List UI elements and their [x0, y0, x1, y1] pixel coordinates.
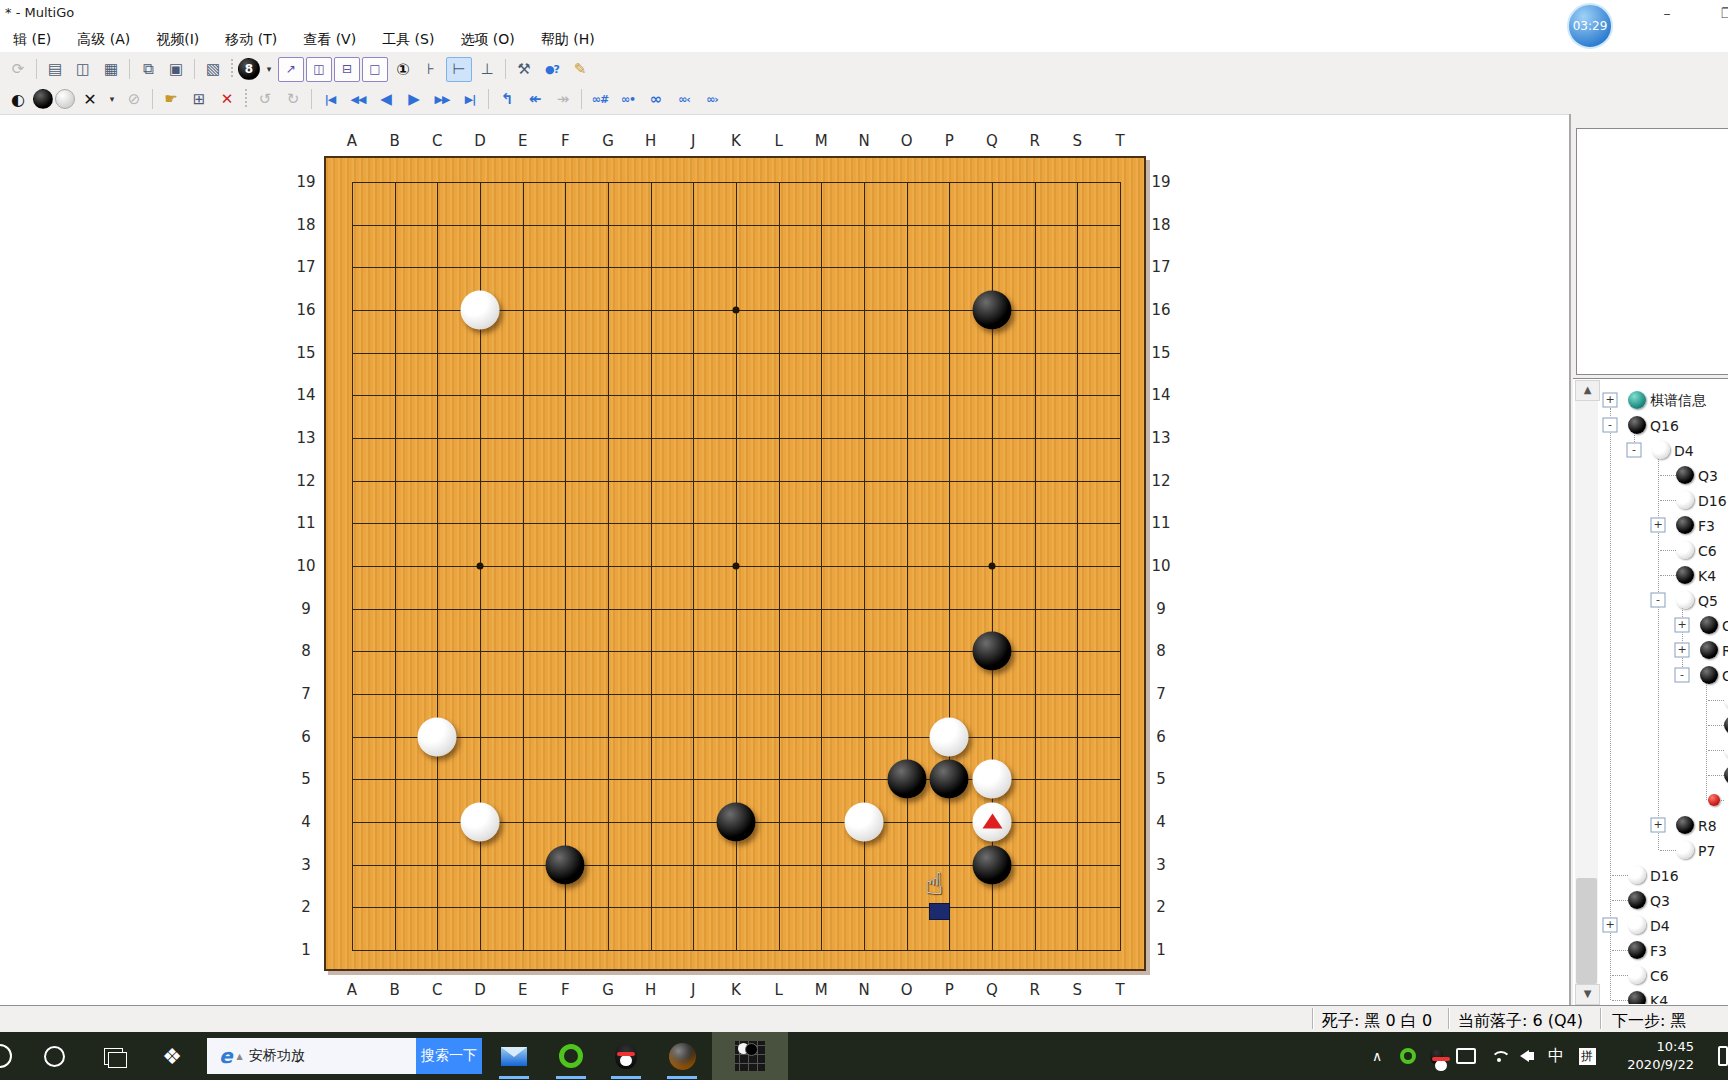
board-cell[interactable] — [352, 182, 395, 225]
cortana-icon[interactable] — [40, 1032, 68, 1080]
board-cell[interactable] — [821, 907, 864, 950]
board-cell[interactable] — [480, 225, 523, 268]
board-cell[interactable] — [907, 267, 950, 310]
board-cell[interactable] — [864, 182, 907, 225]
board-cell[interactable] — [523, 907, 566, 950]
minimize-button[interactable]: – — [1652, 4, 1682, 23]
board-cell[interactable] — [1035, 609, 1078, 652]
board-cell[interactable] — [1035, 523, 1078, 566]
tree-node-F3[interactable] — [1676, 516, 1694, 534]
goto-move-icon[interactable]: ↗ — [278, 57, 304, 82]
tree-node-D16[interactable] — [1628, 866, 1646, 884]
board-cell[interactable] — [608, 651, 651, 694]
tree-node-label[interactable]: P7 — [1698, 843, 1715, 859]
board-cell[interactable] — [437, 481, 480, 524]
board-cell[interactable] — [907, 609, 950, 652]
board-cell[interactable] — [608, 310, 651, 353]
forward-icon[interactable]: ▶ — [401, 87, 427, 112]
board-cell[interactable] — [480, 694, 523, 737]
board-cell[interactable] — [864, 481, 907, 524]
board-cell[interactable] — [779, 779, 822, 822]
board-cell[interactable] — [651, 865, 694, 908]
board-cell[interactable] — [949, 182, 992, 225]
board-cell[interactable] — [693, 651, 736, 694]
white-stone-D4[interactable] — [461, 803, 500, 842]
tree-node-C6[interactable] — [1628, 966, 1646, 984]
board-cell[interactable] — [821, 395, 864, 438]
export-image-icon[interactable]: ▦ — [98, 57, 124, 82]
board-cell[interactable] — [949, 438, 992, 481]
board-cell[interactable] — [437, 353, 480, 396]
board-cell[interactable] — [736, 310, 779, 353]
board-cell[interactable] — [395, 481, 438, 524]
board-cell[interactable] — [736, 182, 779, 225]
board-cell[interactable] — [651, 523, 694, 566]
tree-collapse-box[interactable]: - — [1651, 593, 1666, 608]
tree-node-棋谱信息[interactable] — [1628, 391, 1646, 409]
board-cell[interactable] — [523, 566, 566, 609]
board-cell[interactable] — [1077, 182, 1120, 225]
board-cell[interactable] — [864, 523, 907, 566]
board-cell[interactable] — [693, 225, 736, 268]
tree-node-D4[interactable] — [1652, 441, 1670, 459]
board-cell[interactable] — [907, 225, 950, 268]
menu-item[interactable]: 辑 (E) — [0, 29, 64, 51]
board-cell[interactable] — [992, 566, 1035, 609]
tree-node-label[interactable]: F3 — [1650, 943, 1667, 959]
board-cell[interactable] — [821, 523, 864, 566]
multigo-app-icon[interactable] — [712, 1032, 788, 1080]
board-cell[interactable] — [395, 310, 438, 353]
menu-item[interactable]: 查看 (V) — [290, 29, 369, 51]
tree-node-P7[interactable] — [1676, 841, 1694, 859]
board-cell[interactable] — [736, 225, 779, 268]
board-cell[interactable] — [949, 225, 992, 268]
board-cell[interactable] — [523, 267, 566, 310]
board-cell[interactable] — [395, 225, 438, 268]
board-cell[interactable] — [1077, 310, 1120, 353]
white-stone-N4[interactable] — [845, 803, 884, 842]
board-cell[interactable] — [437, 395, 480, 438]
board-cell[interactable] — [1077, 907, 1120, 950]
board-cell[interactable] — [779, 566, 822, 609]
board-cell[interactable] — [1077, 737, 1120, 780]
tree-style-1-icon[interactable]: ⊦ — [418, 57, 444, 82]
board-cell[interactable] — [949, 353, 992, 396]
tree-scrollbar-thumb[interactable] — [1576, 878, 1597, 984]
board-cell[interactable] — [651, 438, 694, 481]
board-cell[interactable] — [565, 566, 608, 609]
find-icon[interactable]: ∞ — [643, 87, 669, 112]
board-cell[interactable] — [736, 523, 779, 566]
black-stone-P5[interactable] — [930, 760, 969, 799]
board-cell[interactable] — [608, 694, 651, 737]
board-cell[interactable] — [608, 481, 651, 524]
board-cell[interactable] — [864, 566, 907, 609]
search-go-button[interactable]: 搜索一下 — [416, 1038, 482, 1074]
board-cell[interactable] — [693, 907, 736, 950]
tree-node-Q16[interactable] — [1628, 416, 1646, 434]
back-10-icon[interactable]: ◀◀ — [345, 87, 371, 112]
board-cell[interactable] — [779, 865, 822, 908]
board-cell[interactable] — [693, 523, 736, 566]
last-move-icon[interactable]: ▶| — [457, 87, 483, 112]
board-cell[interactable] — [608, 182, 651, 225]
tree-node-white-stone[interactable] — [1724, 691, 1728, 709]
board-cell[interactable] — [1035, 651, 1078, 694]
tree-style-3-icon[interactable]: ⊥ — [474, 57, 500, 82]
board-cell[interactable] — [821, 182, 864, 225]
game-info-icon[interactable]: ▧ — [200, 57, 226, 82]
board-cell[interactable] — [395, 822, 438, 865]
mail-app-icon[interactable] — [492, 1032, 536, 1080]
board-cell[interactable] — [864, 609, 907, 652]
board-cell[interactable] — [608, 566, 651, 609]
ime-language-icon[interactable]: 中 — [1544, 1032, 1568, 1080]
board-cell[interactable] — [992, 353, 1035, 396]
board-cell[interactable] — [779, 609, 822, 652]
board-cell[interactable] — [523, 779, 566, 822]
board-cell[interactable] — [949, 481, 992, 524]
board-cell[interactable] — [736, 694, 779, 737]
board-cell[interactable] — [480, 737, 523, 780]
board-cell[interactable] — [693, 694, 736, 737]
board-cell[interactable] — [907, 523, 950, 566]
board-cell[interactable] — [693, 353, 736, 396]
task-view-icon[interactable] — [98, 1032, 128, 1080]
menu-item[interactable]: 工具 (S) — [369, 29, 447, 51]
board-cell[interactable] — [523, 225, 566, 268]
tree-node-black-stone[interactable] — [1724, 766, 1728, 784]
ball-dropdown-icon[interactable]: ▾ — [262, 57, 276, 82]
board-cell[interactable] — [736, 609, 779, 652]
board-cell[interactable] — [821, 694, 864, 737]
board-cell[interactable] — [352, 779, 395, 822]
tray-device-icon[interactable] — [1452, 1032, 1480, 1080]
board-cell[interactable] — [480, 353, 523, 396]
board-cell[interactable] — [437, 182, 480, 225]
board-cell[interactable] — [992, 395, 1035, 438]
board-cell[interactable] — [992, 907, 1035, 950]
board-cell[interactable] — [1035, 737, 1078, 780]
board-cell[interactable] — [736, 353, 779, 396]
board-cell[interactable] — [736, 737, 779, 780]
board-cell[interactable] — [1035, 353, 1078, 396]
board-cell[interactable] — [395, 267, 438, 310]
board-cell[interactable] — [565, 907, 608, 950]
board-cell[interactable] — [821, 651, 864, 694]
board-cell[interactable] — [352, 651, 395, 694]
board-cell[interactable] — [480, 438, 523, 481]
board-cell[interactable] — [395, 523, 438, 566]
board-cell[interactable] — [693, 481, 736, 524]
board-cell[interactable] — [693, 566, 736, 609]
tree-node-label[interactable]: D16 — [1698, 493, 1727, 509]
board-cell[interactable] — [608, 225, 651, 268]
board-cell[interactable] — [395, 609, 438, 652]
board-cell[interactable] — [480, 395, 523, 438]
board-cell[interactable] — [395, 865, 438, 908]
board-cell[interactable] — [779, 353, 822, 396]
board-cell[interactable] — [651, 651, 694, 694]
tree-scroll-down-button[interactable]: ▼ — [1575, 984, 1600, 1005]
tree-node-R[interactable] — [1700, 641, 1718, 659]
start-button-partial-icon[interactable] — [0, 1032, 14, 1080]
board-cell[interactable] — [1035, 225, 1078, 268]
tree-node-Q5[interactable] — [1676, 591, 1694, 609]
board-cell[interactable] — [395, 779, 438, 822]
board-cell[interactable] — [821, 481, 864, 524]
board-cell[interactable] — [821, 737, 864, 780]
board-cell[interactable] — [608, 267, 651, 310]
board-cell[interactable] — [992, 694, 1035, 737]
board-cell[interactable] — [651, 310, 694, 353]
stone-dropdown-icon[interactable]: ▾ — [105, 87, 119, 112]
tree-node-label[interactable]: D4 — [1650, 918, 1670, 934]
board-cell[interactable] — [352, 694, 395, 737]
board-cell[interactable] — [523, 523, 566, 566]
board-cell[interactable] — [352, 907, 395, 950]
board-cell[interactable] — [1035, 395, 1078, 438]
board-cell[interactable] — [352, 438, 395, 481]
board-cell[interactable] — [523, 182, 566, 225]
board-cell[interactable] — [779, 822, 822, 865]
board-cell[interactable] — [608, 523, 651, 566]
tree-node-Q3[interactable] — [1676, 466, 1694, 484]
brush-icon[interactable]: ✎ — [567, 57, 593, 82]
board-cell[interactable] — [608, 438, 651, 481]
screen-recorder-timer-badge[interactable]: 03:29 — [1567, 3, 1613, 49]
tree-expand-box[interactable]: + — [1603, 918, 1618, 933]
board-cell[interactable] — [1077, 779, 1120, 822]
board-cell[interactable] — [821, 609, 864, 652]
remove-stone-icon[interactable]: ✕ — [77, 87, 103, 112]
board-cell[interactable] — [693, 438, 736, 481]
tree-node-Q3[interactable] — [1628, 891, 1646, 909]
board-cell[interactable] — [1077, 438, 1120, 481]
rotate-left-icon[interactable]: ↺ — [252, 87, 278, 112]
board-cell[interactable] — [651, 779, 694, 822]
board-cell[interactable] — [565, 438, 608, 481]
board-cell[interactable] — [1035, 566, 1078, 609]
taskbar-clock[interactable]: 10:45 2020/9/22 — [1627, 1038, 1694, 1074]
tree-node-D4[interactable] — [1628, 916, 1646, 934]
board-cell[interactable] — [565, 353, 608, 396]
menu-item[interactable]: 移动 (T) — [212, 29, 290, 51]
board-cell[interactable] — [864, 267, 907, 310]
board-cell[interactable] — [352, 481, 395, 524]
split-vertical-icon[interactable]: ◫ — [306, 57, 332, 82]
board-cell[interactable] — [736, 907, 779, 950]
board-cell[interactable] — [651, 737, 694, 780]
board-cell[interactable] — [1035, 865, 1078, 908]
tree-node-label[interactable]: R8 — [1698, 818, 1717, 834]
board-cell[interactable] — [864, 694, 907, 737]
board-cell[interactable] — [736, 267, 779, 310]
board-cell[interactable] — [1077, 609, 1120, 652]
board-cell[interactable] — [1035, 438, 1078, 481]
tree-node-label[interactable]: Q — [1722, 618, 1728, 634]
board-cell[interactable] — [1077, 865, 1120, 908]
board-cell[interactable] — [864, 310, 907, 353]
board-cell[interactable] — [779, 182, 822, 225]
board-cell[interactable] — [779, 907, 822, 950]
board-cell[interactable] — [480, 566, 523, 609]
board-cell[interactable] — [907, 182, 950, 225]
board-cell[interactable] — [523, 395, 566, 438]
board-cell[interactable] — [1077, 694, 1120, 737]
board-cell[interactable] — [523, 694, 566, 737]
insert-move-icon[interactable]: ⊞ — [186, 87, 212, 112]
board-cell[interactable] — [480, 865, 523, 908]
find-next-icon[interactable]: ∞› — [699, 87, 725, 112]
board-cell[interactable] — [779, 395, 822, 438]
board-cell[interactable] — [907, 310, 950, 353]
board-cell[interactable] — [1077, 822, 1120, 865]
board-cell[interactable] — [1077, 225, 1120, 268]
board-cell[interactable] — [864, 353, 907, 396]
board-cell[interactable] — [565, 182, 608, 225]
board-cell[interactable] — [480, 651, 523, 694]
board-cell[interactable] — [736, 481, 779, 524]
board-cell[interactable] — [608, 907, 651, 950]
board-cell[interactable] — [821, 438, 864, 481]
speaker-icon[interactable] — [1514, 1032, 1540, 1080]
board-cell[interactable] — [523, 310, 566, 353]
board-cell[interactable] — [949, 907, 992, 950]
eight-ball-icon[interactable]: 8 — [238, 58, 260, 80]
board-cell[interactable] — [1035, 822, 1078, 865]
board-cell[interactable] — [352, 865, 395, 908]
tree-node-label[interactable]: R — [1722, 643, 1728, 659]
board-cell[interactable] — [565, 481, 608, 524]
board-cell[interactable] — [907, 651, 950, 694]
board-cell[interactable] — [864, 438, 907, 481]
board-cell[interactable] — [565, 779, 608, 822]
board-cell[interactable] — [608, 737, 651, 780]
tray-green-icon[interactable] — [1396, 1032, 1420, 1080]
board-cell[interactable] — [352, 225, 395, 268]
tree-expand-box[interactable]: + — [1651, 518, 1666, 533]
board-cell[interactable] — [821, 267, 864, 310]
board-cell[interactable] — [821, 225, 864, 268]
tree-node-red-stone[interactable] — [1708, 794, 1720, 806]
board-cell[interactable] — [651, 481, 694, 524]
black-stone-O5[interactable] — [887, 760, 926, 799]
board-cell[interactable] — [352, 353, 395, 396]
tree-node-D16[interactable] — [1676, 491, 1694, 509]
tray-qq-icon[interactable] — [1424, 1032, 1448, 1080]
menu-item[interactable]: 选项 (O) — [447, 29, 527, 51]
board-cell[interactable] — [523, 609, 566, 652]
board-cell[interactable] — [523, 651, 566, 694]
board-cell[interactable] — [949, 566, 992, 609]
back-icon[interactable]: ◀ — [373, 87, 399, 112]
board-cell[interactable] — [864, 865, 907, 908]
board-cell[interactable] — [352, 310, 395, 353]
tree-collapse-box[interactable]: - — [1675, 668, 1690, 683]
board-cell[interactable] — [395, 438, 438, 481]
pane-icon[interactable]: □ — [362, 57, 388, 82]
white-stone-C6[interactable] — [418, 717, 457, 756]
board-cell[interactable] — [1077, 395, 1120, 438]
board-cell[interactable] — [608, 779, 651, 822]
board-cell[interactable] — [693, 737, 736, 780]
board-cell[interactable] — [480, 523, 523, 566]
split-horizontal-icon[interactable]: ⊟ — [334, 57, 360, 82]
comment-box[interactable] — [1576, 128, 1728, 375]
tree-scroll-up-button[interactable]: ▲ — [1575, 380, 1600, 401]
board-cell[interactable] — [1035, 182, 1078, 225]
board-cell[interactable] — [864, 395, 907, 438]
board-cell[interactable] — [779, 438, 822, 481]
board-cell[interactable] — [352, 395, 395, 438]
board-cell[interactable] — [608, 865, 651, 908]
board-cell[interactable] — [1077, 651, 1120, 694]
board-cell[interactable] — [565, 523, 608, 566]
board-cell[interactable] — [864, 225, 907, 268]
board-cell[interactable] — [352, 822, 395, 865]
board-cell[interactable] — [437, 225, 480, 268]
board-cell[interactable] — [907, 395, 950, 438]
white-stone-Q4[interactable] — [973, 803, 1012, 842]
board-cell[interactable] — [779, 267, 822, 310]
board-cell[interactable] — [565, 310, 608, 353]
white-stone-P6[interactable] — [930, 717, 969, 756]
board-cell[interactable] — [821, 353, 864, 396]
board-cell[interactable] — [480, 481, 523, 524]
board-cell[interactable] — [992, 225, 1035, 268]
pinwheel-app-icon[interactable]: ❖ — [155, 1032, 189, 1080]
board-cell[interactable] — [693, 267, 736, 310]
board-cell[interactable] — [736, 651, 779, 694]
hand-tool-icon[interactable]: ☛ — [158, 87, 184, 112]
board-cell[interactable] — [949, 395, 992, 438]
board-cell[interactable] — [608, 822, 651, 865]
board-cell[interactable] — [992, 438, 1035, 481]
tree-node-label[interactable]: C6 — [1650, 968, 1669, 984]
move-number-icon[interactable]: ① — [390, 57, 416, 82]
tray-expand-icon[interactable]: ∧ — [1366, 1032, 1388, 1080]
prev-variation-icon[interactable]: ↞ — [522, 87, 548, 112]
maximize-button[interactable]: ❐ — [1712, 4, 1728, 23]
tree-node-label[interactable]: K4 — [1698, 568, 1716, 584]
board-cell[interactable] — [992, 481, 1035, 524]
forward-10-icon[interactable]: ▶▶ — [429, 87, 455, 112]
tree-node-white-stone[interactable] — [1724, 741, 1728, 759]
board-cell[interactable] — [779, 310, 822, 353]
tools-icon[interactable]: ⚒ — [511, 57, 537, 82]
tree-node-label[interactable]: 棋谱信息 — [1650, 392, 1706, 410]
tree-node-F3[interactable] — [1628, 941, 1646, 959]
board-cell[interactable] — [864, 907, 907, 950]
board-cell[interactable] — [736, 395, 779, 438]
up-variation-icon[interactable]: ↰ — [494, 87, 520, 112]
tree-node-label[interactable]: Q3 — [1650, 893, 1670, 909]
refresh-icon[interactable]: ⟳ — [5, 57, 31, 82]
board-cell[interactable] — [437, 523, 480, 566]
tree-node-label[interactable]: Q — [1722, 668, 1728, 684]
board-cell[interactable] — [395, 395, 438, 438]
board-cell[interactable] — [651, 694, 694, 737]
board-cell[interactable] — [395, 651, 438, 694]
board-cell[interactable] — [779, 225, 822, 268]
rotate-right-icon[interactable]: ↻ — [280, 87, 306, 112]
tree-node-Q[interactable] — [1700, 616, 1718, 634]
notification-partial-icon[interactable] — [1718, 1032, 1728, 1080]
board-cell[interactable] — [651, 822, 694, 865]
board-cell[interactable] — [651, 353, 694, 396]
